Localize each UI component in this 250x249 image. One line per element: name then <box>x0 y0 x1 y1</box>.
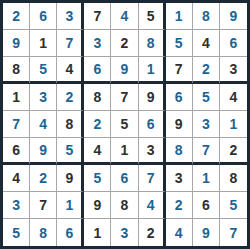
cell-r3c1[interactable]: 8 <box>3 57 30 84</box>
cell-r2c6[interactable]: 8 <box>139 30 166 57</box>
cell-r1c4[interactable]: 7 <box>84 3 111 30</box>
cell-r5c3[interactable]: 8 <box>57 111 84 138</box>
cell-r6c4[interactable]: 4 <box>84 138 111 165</box>
cell-r3c8[interactable]: 2 <box>193 57 220 84</box>
cell-r9c4[interactable]: 1 <box>84 219 111 246</box>
cell-r4c4[interactable]: 8 <box>84 84 111 111</box>
cell-r9c1[interactable]: 5 <box>3 219 30 246</box>
cell-r2c8[interactable]: 4 <box>193 30 220 57</box>
cell-r3c2[interactable]: 5 <box>30 57 57 84</box>
cell-r7c2[interactable]: 2 <box>30 165 57 192</box>
cell-r7c7[interactable]: 3 <box>166 165 193 192</box>
cell-r4c5[interactable]: 7 <box>111 84 138 111</box>
cell-r8c6[interactable]: 4 <box>139 192 166 219</box>
cell-r6c3[interactable]: 5 <box>57 138 84 165</box>
cell-r4c1[interactable]: 1 <box>3 84 30 111</box>
cell-r2c7[interactable]: 5 <box>166 30 193 57</box>
cell-r2c1[interactable]: 9 <box>3 30 30 57</box>
cell-r4c6[interactable]: 9 <box>139 84 166 111</box>
cell-r1c2[interactable]: 6 <box>30 3 57 30</box>
cell-r6c2[interactable]: 9 <box>30 138 57 165</box>
cell-r1c5[interactable]: 4 <box>111 3 138 30</box>
cell-r4c3[interactable]: 2 <box>57 84 84 111</box>
cell-r4c2[interactable]: 3 <box>30 84 57 111</box>
cell-r6c6[interactable]: 3 <box>139 138 166 165</box>
cell-r1c7[interactable]: 1 <box>166 3 193 30</box>
cell-r9c6[interactable]: 2 <box>139 219 166 246</box>
cell-r8c8[interactable]: 6 <box>193 192 220 219</box>
cell-r7c1[interactable]: 4 <box>3 165 30 192</box>
cell-r7c4[interactable]: 5 <box>84 165 111 192</box>
cell-r8c3[interactable]: 1 <box>57 192 84 219</box>
cell-r2c4[interactable]: 3 <box>84 30 111 57</box>
cell-r1c3[interactable]: 3 <box>57 3 84 30</box>
cell-r7c6[interactable]: 7 <box>139 165 166 192</box>
cell-r1c6[interactable]: 5 <box>139 3 166 30</box>
cell-r8c4[interactable]: 9 <box>84 192 111 219</box>
cell-r3c6[interactable]: 1 <box>139 57 166 84</box>
cell-r5c5[interactable]: 5 <box>111 111 138 138</box>
cell-r1c9[interactable]: 9 <box>220 3 247 30</box>
cell-r7c5[interactable]: 6 <box>111 165 138 192</box>
cell-r2c3[interactable]: 7 <box>57 30 84 57</box>
cell-r1c1[interactable]: 2 <box>3 3 30 30</box>
cell-r6c5[interactable]: 1 <box>111 138 138 165</box>
cell-r2c5[interactable]: 2 <box>111 30 138 57</box>
cell-r8c9[interactable]: 5 <box>220 192 247 219</box>
cell-r5c2[interactable]: 4 <box>30 111 57 138</box>
cell-r3c5[interactable]: 9 <box>111 57 138 84</box>
cell-r3c9[interactable]: 3 <box>220 57 247 84</box>
cell-r6c8[interactable]: 7 <box>193 138 220 165</box>
cell-r4c7[interactable]: 6 <box>166 84 193 111</box>
cell-r3c4[interactable]: 6 <box>84 57 111 84</box>
cell-r5c1[interactable]: 7 <box>3 111 30 138</box>
cell-r2c2[interactable]: 1 <box>30 30 57 57</box>
cell-r3c3[interactable]: 4 <box>57 57 84 84</box>
cell-r5c6[interactable]: 6 <box>139 111 166 138</box>
cell-r6c9[interactable]: 2 <box>220 138 247 165</box>
cell-r5c8[interactable]: 3 <box>193 111 220 138</box>
cell-r5c4[interactable]: 2 <box>84 111 111 138</box>
cell-r9c5[interactable]: 3 <box>111 219 138 246</box>
cell-r6c1[interactable]: 6 <box>3 138 30 165</box>
cell-r2c9[interactable]: 6 <box>220 30 247 57</box>
cell-r7c8[interactable]: 1 <box>193 165 220 192</box>
cell-r8c5[interactable]: 8 <box>111 192 138 219</box>
cell-r1c8[interactable]: 8 <box>193 3 220 30</box>
sudoku-board: 2637451899173285468546917231328796547482… <box>0 0 250 249</box>
cell-r7c3[interactable]: 9 <box>57 165 84 192</box>
cell-r6c7[interactable]: 8 <box>166 138 193 165</box>
cell-r7c9[interactable]: 8 <box>220 165 247 192</box>
cell-r9c3[interactable]: 6 <box>57 219 84 246</box>
cell-r8c2[interactable]: 7 <box>30 192 57 219</box>
cell-r9c2[interactable]: 8 <box>30 219 57 246</box>
cell-r9c8[interactable]: 9 <box>193 219 220 246</box>
cell-r4c8[interactable]: 5 <box>193 84 220 111</box>
cell-r4c9[interactable]: 4 <box>220 84 247 111</box>
cell-r8c1[interactable]: 3 <box>3 192 30 219</box>
cell-r8c7[interactable]: 2 <box>166 192 193 219</box>
cell-r5c7[interactable]: 9 <box>166 111 193 138</box>
cell-r3c7[interactable]: 7 <box>166 57 193 84</box>
cell-r9c7[interactable]: 4 <box>166 219 193 246</box>
cell-r9c9[interactable]: 7 <box>220 219 247 246</box>
cell-r5c9[interactable]: 1 <box>220 111 247 138</box>
